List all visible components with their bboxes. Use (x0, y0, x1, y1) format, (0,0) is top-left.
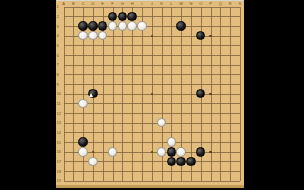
column-label: J (149, 1, 155, 6)
black-stone (196, 89, 206, 99)
white-stone (78, 31, 88, 41)
row-label: 2 (57, 14, 63, 19)
row-label: 14 (57, 130, 63, 135)
grid-line-vertical (240, 7, 241, 181)
black-stone (98, 21, 108, 31)
grid-line-horizontal (64, 171, 240, 172)
star-point (151, 151, 153, 153)
row-label: 3 (57, 24, 63, 29)
row-label: 16 (57, 149, 63, 154)
white-stone (78, 147, 88, 157)
column-label: N (188, 1, 194, 6)
row-label: 12 (57, 111, 63, 116)
white-stone (176, 147, 186, 157)
column-label: O (198, 1, 204, 6)
column-label: Q (217, 1, 223, 6)
row-label: 8 (57, 72, 63, 77)
row-label: 19 (57, 178, 63, 183)
last-move-marker (89, 93, 93, 97)
row-label: 11 (57, 101, 63, 106)
grid-line-horizontal (64, 181, 240, 182)
white-stone (108, 147, 118, 157)
black-stone (196, 31, 206, 41)
column-label: G (119, 1, 125, 6)
column-label: L (168, 1, 174, 6)
row-label: 18 (57, 169, 63, 174)
black-stone (78, 137, 88, 147)
star-point (209, 93, 211, 95)
column-label: C (80, 1, 86, 6)
white-stone (167, 137, 177, 147)
black-stone (176, 21, 186, 31)
letterbox-left (0, 0, 56, 190)
black-stone (186, 157, 196, 167)
row-label: 4 (57, 33, 63, 38)
white-stone (157, 118, 167, 128)
grid-line-horizontal (64, 123, 240, 124)
black-stone (176, 157, 186, 167)
column-label: R (227, 1, 233, 6)
white-stone (157, 147, 167, 157)
white-stone (108, 21, 118, 31)
black-stone (167, 147, 177, 157)
column-label: F (110, 1, 116, 6)
row-label: 10 (57, 91, 63, 96)
column-label: E (100, 1, 106, 6)
screenshot-stage: ABCDEFGHIJKLMNOPQRS123456789101112131415… (0, 0, 304, 190)
column-label: S (237, 1, 243, 6)
column-label: K (159, 1, 165, 6)
grid-line-horizontal (64, 113, 240, 114)
row-label: 17 (57, 159, 63, 164)
row-label: 13 (57, 120, 63, 125)
grid-line-vertical (220, 7, 221, 181)
row-label: 6 (57, 53, 63, 58)
white-stone (88, 31, 98, 41)
letterbox-right (244, 0, 304, 190)
column-label: B (70, 1, 76, 6)
column-label: H (129, 1, 135, 6)
row-label: 7 (57, 62, 63, 67)
column-label: M (178, 1, 184, 6)
white-stone (98, 31, 108, 41)
grid-line-vertical (191, 7, 192, 181)
grid-line-horizontal (64, 103, 240, 104)
black-stone (78, 21, 88, 31)
row-label: 9 (57, 82, 63, 87)
column-label: D (90, 1, 96, 6)
star-point (92, 151, 94, 153)
black-stone (127, 12, 137, 22)
row-label: 15 (57, 140, 63, 145)
star-point (209, 151, 211, 153)
go-board[interactable]: ABCDEFGHIJKLMNOPQRS123456789101112131415… (56, 0, 244, 188)
black-stone (196, 147, 206, 157)
grid-line-horizontal (64, 132, 240, 133)
star-point (151, 93, 153, 95)
white-stone (137, 21, 147, 31)
column-label: P (208, 1, 214, 6)
grid-line-horizontal (64, 142, 240, 143)
grid-line-vertical (230, 7, 231, 181)
black-stone (88, 21, 98, 31)
black-stone (118, 12, 128, 22)
star-point (151, 35, 153, 37)
row-label: 1 (57, 4, 63, 9)
white-stone (118, 21, 128, 31)
black-stone (108, 12, 118, 22)
row-label: 5 (57, 43, 63, 48)
white-stone (127, 21, 137, 31)
white-stone (88, 157, 98, 167)
black-stone (167, 157, 177, 167)
column-label: I (139, 1, 145, 6)
white-stone (78, 99, 88, 109)
star-point (209, 35, 211, 37)
